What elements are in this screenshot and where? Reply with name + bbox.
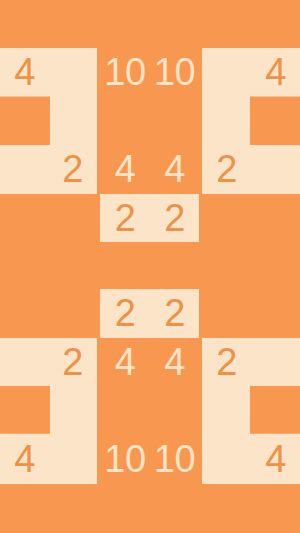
cell-number-r1c3[interactable]: 10	[100, 48, 150, 97]
cell-number-r3c3[interactable]: 4	[100, 145, 150, 193]
cell-number-r1c6[interactable]: 4	[251, 48, 300, 97]
cell-number-r8c4[interactable]: 10	[150, 434, 199, 484]
cell-number-r6c5[interactable]: 2	[202, 338, 251, 386]
cell-number-r5c3[interactable]: 2	[100, 289, 150, 338]
cell-number-r4c4[interactable]: 2	[150, 194, 199, 242]
game-board: 4 10 10 4 2 4 4 2 2 2 2 2 2 4 4 2 4 10 1…	[0, 0, 300, 533]
cell-number-r3c5[interactable]: 2	[202, 145, 251, 193]
cell-number-r5c4[interactable]: 2	[150, 289, 199, 338]
cell-number-r3c4[interactable]: 4	[150, 145, 199, 193]
cell-number-r8c1[interactable]: 4	[0, 434, 49, 484]
cell-number-r4c3[interactable]: 2	[100, 194, 150, 242]
cell-number-r6c2[interactable]: 2	[48, 338, 97, 386]
cell-number-r6c4[interactable]: 4	[150, 338, 199, 386]
cell-number-r6c3[interactable]: 4	[100, 338, 150, 386]
cell-number-r1c4[interactable]: 10	[150, 48, 199, 97]
cell-number-r1c1[interactable]: 4	[0, 48, 49, 97]
cell-number-r3c2[interactable]: 2	[48, 145, 97, 193]
cell-number-r8c6[interactable]: 4	[251, 434, 300, 484]
cell-number-r8c3[interactable]: 10	[100, 434, 150, 484]
